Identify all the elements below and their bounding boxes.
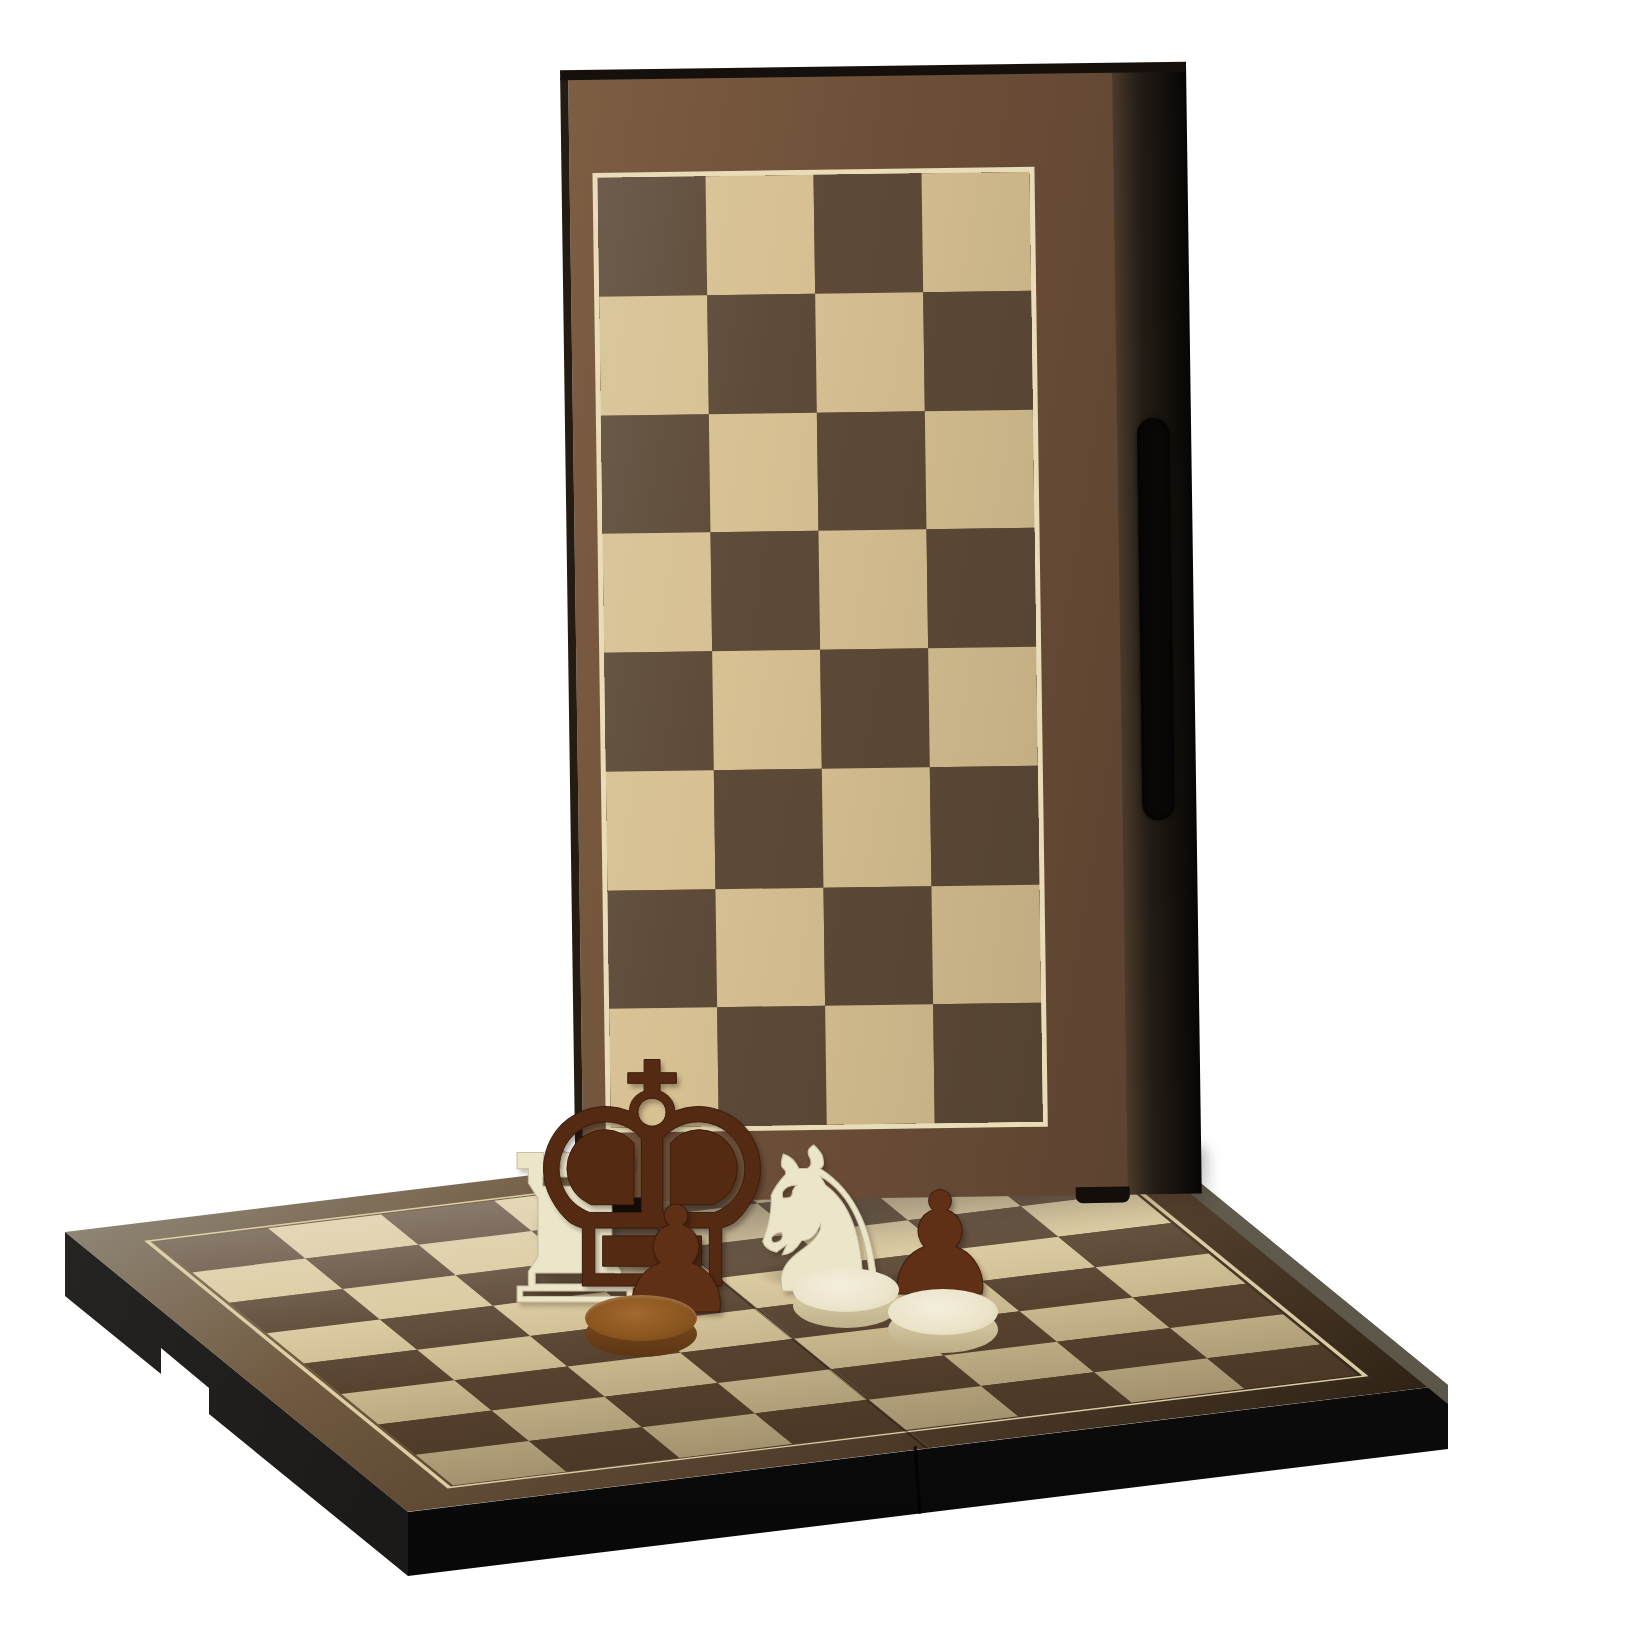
board-square-dark [814, 173, 924, 293]
board-square-light [715, 887, 825, 1007]
board-square-light [603, 533, 713, 653]
board-square-light [712, 650, 822, 770]
board-square-light [822, 767, 932, 887]
board-square-dark [604, 651, 714, 771]
board-square-dark [598, 176, 708, 296]
light-checker-piece [888, 1289, 998, 1353]
board-square-light [706, 175, 816, 295]
board-square-light [709, 412, 819, 532]
board-square-dark [930, 766, 1040, 886]
board-square-light [599, 295, 709, 415]
light-checker-piece [793, 1268, 899, 1328]
checker-top [793, 1268, 899, 1312]
board-square-dark [710, 531, 820, 651]
board-square-dark [714, 769, 824, 889]
board-square-light [925, 409, 1035, 529]
handle-recess [1137, 418, 1175, 820]
board-square-light [928, 647, 1038, 767]
product-photo-scene: ♜ ♚ ♟ ♞ ♟ [0, 0, 1652, 1652]
board-square-dark [820, 648, 930, 768]
board-square-dark [926, 528, 1036, 648]
board-square-dark [707, 294, 817, 414]
board-square-dark [607, 889, 717, 1009]
board-square-dark [601, 414, 711, 534]
folded-box-side-panel [1112, 70, 1202, 1195]
board-square-light [931, 884, 1041, 1004]
base-hinge-seam [914, 1446, 922, 1514]
board-square-light [922, 172, 1032, 292]
board-square-dark [817, 411, 927, 531]
board-square-dark [923, 291, 1033, 411]
checker-top [888, 1289, 998, 1335]
dark-checker-piece [585, 1295, 697, 1357]
board-square-dark [933, 1003, 1043, 1123]
board-square-dark [823, 886, 933, 1006]
checker-top [585, 1295, 697, 1341]
board-square-light [606, 770, 716, 890]
board-square-light [815, 292, 925, 412]
board-square-light [818, 530, 928, 650]
folded-box-squares [598, 172, 1043, 1128]
box-foot [1076, 1187, 1130, 1204]
